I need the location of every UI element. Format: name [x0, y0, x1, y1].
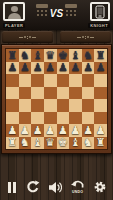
- piece-black-rook: ♜: [7, 50, 17, 61]
- piece-white-pawn: ♟: [20, 125, 30, 136]
- square-b7[interactable]: ♟: [19, 62, 32, 75]
- square-f6[interactable]: [69, 74, 82, 87]
- square-b6[interactable]: [19, 74, 32, 87]
- piece-black-pawn: ♟: [96, 62, 106, 73]
- piece-black-bishop: ♝: [33, 50, 43, 61]
- phone-cpu-icon: [96, 5, 105, 18]
- square-e6[interactable]: [57, 74, 70, 87]
- settings-gear-icon: [93, 180, 107, 194]
- piece-black-bishop: ♝: [71, 50, 81, 61]
- settings-button[interactable]: [93, 180, 107, 194]
- square-e3[interactable]: [57, 112, 70, 125]
- board-grid: ♜♞♝♛♚♝♞♜♟♟♟♟♟♟♟♟♟♟♟♟♟♟♟♟♜♞♝♛♚♝♞♜: [5, 48, 108, 150]
- piece-white-pawn: ♟: [58, 125, 68, 136]
- piece-white-pawn: ♟: [83, 125, 93, 136]
- rotate-board-button[interactable]: [26, 180, 40, 194]
- piece-black-rook: ♜: [96, 50, 106, 61]
- pause-icon: [6, 181, 18, 194]
- captured-pieces-tray-right: [60, 31, 111, 43]
- square-f1[interactable]: ♝: [69, 137, 82, 150]
- cpu-stats-banner: [65, 4, 77, 8]
- square-c6[interactable]: [31, 74, 44, 87]
- square-a8[interactable]: ♜: [6, 49, 19, 62]
- piece-white-bishop: ♝: [33, 137, 43, 148]
- pause-button[interactable]: [6, 181, 18, 194]
- cpu-stats-decoration: [62, 4, 80, 21]
- square-a3[interactable]: [6, 112, 19, 125]
- square-b8[interactable]: ♞: [19, 49, 32, 62]
- square-a7[interactable]: ♟: [6, 62, 19, 75]
- square-a6[interactable]: [6, 74, 19, 87]
- square-d5[interactable]: [44, 87, 57, 100]
- rotate-board-icon: [26, 180, 40, 194]
- square-a2[interactable]: ♟: [6, 124, 19, 137]
- square-g7[interactable]: ♟: [82, 62, 95, 75]
- square-b3[interactable]: [19, 112, 32, 125]
- piece-white-rook: ♜: [7, 137, 17, 148]
- sound-icon: [48, 181, 62, 194]
- square-g4[interactable]: [82, 99, 95, 112]
- square-f2[interactable]: ♟: [69, 124, 82, 137]
- cpu-stats-dots2: [62, 14, 80, 16]
- square-g5[interactable]: [82, 87, 95, 100]
- square-f3[interactable]: [69, 112, 82, 125]
- piece-black-pawn: ♟: [33, 62, 43, 73]
- square-f8[interactable]: ♝: [69, 49, 82, 62]
- captured-pieces-tray-left: [2, 31, 53, 43]
- tray-ornament-left: [19, 36, 36, 39]
- square-e8[interactable]: ♚: [57, 49, 70, 62]
- square-f4[interactable]: [69, 99, 82, 112]
- square-g3[interactable]: [82, 112, 95, 125]
- sound-button[interactable]: [48, 181, 62, 194]
- square-a5[interactable]: [6, 87, 19, 100]
- piece-white-pawn: ♟: [33, 125, 43, 136]
- square-c1[interactable]: ♝: [31, 137, 44, 150]
- square-a1[interactable]: ♜: [6, 137, 19, 150]
- piece-black-knight: ♞: [20, 50, 30, 61]
- phone-screen: [98, 7, 103, 14]
- chess-board: ♜♞♝♛♚♝♞♜♟♟♟♟♟♟♟♟♟♟♟♟♟♟♟♟♜♞♝♛♚♝♞♜: [1, 44, 112, 154]
- square-d8[interactable]: ♛: [44, 49, 57, 62]
- piece-black-pawn: ♟: [58, 62, 68, 73]
- square-b4[interactable]: [19, 99, 32, 112]
- piece-black-knight: ♞: [83, 50, 93, 61]
- square-g1[interactable]: ♞: [82, 137, 95, 150]
- square-h2[interactable]: ♟: [94, 124, 107, 137]
- piece-black-king: ♚: [58, 50, 68, 61]
- control-bar: UNDO: [0, 176, 113, 198]
- square-d2[interactable]: ♟: [44, 124, 57, 137]
- cpu-level-label: KNIGHT: [88, 23, 110, 28]
- square-d6[interactable]: [44, 74, 57, 87]
- piece-black-pawn: ♟: [83, 62, 93, 73]
- square-e4[interactable]: [57, 99, 70, 112]
- undo-icon: [71, 180, 85, 189]
- player-name-label: PLAYER: [3, 23, 25, 28]
- square-h1[interactable]: ♜: [94, 137, 107, 150]
- piece-white-king: ♚: [58, 137, 68, 148]
- piece-black-pawn: ♟: [45, 62, 55, 73]
- undo-label: UNDO: [72, 190, 84, 194]
- piece-white-knight: ♞: [20, 137, 30, 148]
- tray-ornament-right: [77, 36, 94, 39]
- square-c7[interactable]: ♟: [31, 62, 44, 75]
- cpu-avatar: [90, 2, 110, 21]
- piece-white-pawn: ♟: [96, 125, 106, 136]
- square-c4[interactable]: [31, 99, 44, 112]
- square-d1[interactable]: ♛: [44, 137, 57, 150]
- piece-white-pawn: ♟: [45, 125, 55, 136]
- square-e5[interactable]: [57, 87, 70, 100]
- chess-app-screen: VS PLAYER KNIGHT ♜♞♝♛♚♝♞♜♟♟: [0, 0, 113, 200]
- square-g8[interactable]: ♞: [82, 49, 95, 62]
- square-c2[interactable]: ♟: [31, 124, 44, 137]
- piece-black-pawn: ♟: [20, 62, 30, 73]
- square-b1[interactable]: ♞: [19, 137, 32, 150]
- square-h7[interactable]: ♟: [94, 62, 107, 75]
- square-f7[interactable]: ♟: [69, 62, 82, 75]
- square-h4[interactable]: [94, 99, 107, 112]
- square-e7[interactable]: ♟: [57, 62, 70, 75]
- square-d4[interactable]: [44, 99, 57, 112]
- square-h8[interactable]: ♜: [94, 49, 107, 62]
- piece-white-pawn: ♟: [7, 125, 17, 136]
- square-a4[interactable]: [6, 99, 19, 112]
- phone-home-button: [99, 16, 102, 17]
- piece-white-queen: ♛: [45, 137, 55, 148]
- square-g2[interactable]: ♟: [82, 124, 95, 137]
- square-c3[interactable]: [31, 112, 44, 125]
- piece-white-knight: ♞: [83, 137, 93, 148]
- piece-white-bishop: ♝: [71, 137, 81, 148]
- square-e2[interactable]: ♟: [57, 124, 70, 137]
- piece-black-pawn: ♟: [7, 62, 17, 73]
- square-h6[interactable]: [94, 74, 107, 87]
- piece-white-rook: ♜: [96, 137, 106, 148]
- piece-black-pawn: ♟: [71, 62, 81, 73]
- square-b2[interactable]: ♟: [19, 124, 32, 137]
- undo-button[interactable]: UNDO: [71, 180, 85, 194]
- square-d3[interactable]: [44, 112, 57, 125]
- square-c5[interactable]: [31, 87, 44, 100]
- square-f5[interactable]: [69, 87, 82, 100]
- square-c8[interactable]: ♝: [31, 49, 44, 62]
- square-b5[interactable]: [19, 87, 32, 100]
- square-e1[interactable]: ♚: [57, 137, 70, 150]
- cpu-stats-dots: [62, 10, 80, 12]
- square-d7[interactable]: ♟: [44, 62, 57, 75]
- top-bar: VS PLAYER KNIGHT: [0, 0, 113, 30]
- square-h5[interactable]: [94, 87, 107, 100]
- piece-white-pawn: ♟: [71, 125, 81, 136]
- square-g6[interactable]: [82, 74, 95, 87]
- square-h3[interactable]: [94, 112, 107, 125]
- piece-black-queen: ♛: [45, 50, 55, 61]
